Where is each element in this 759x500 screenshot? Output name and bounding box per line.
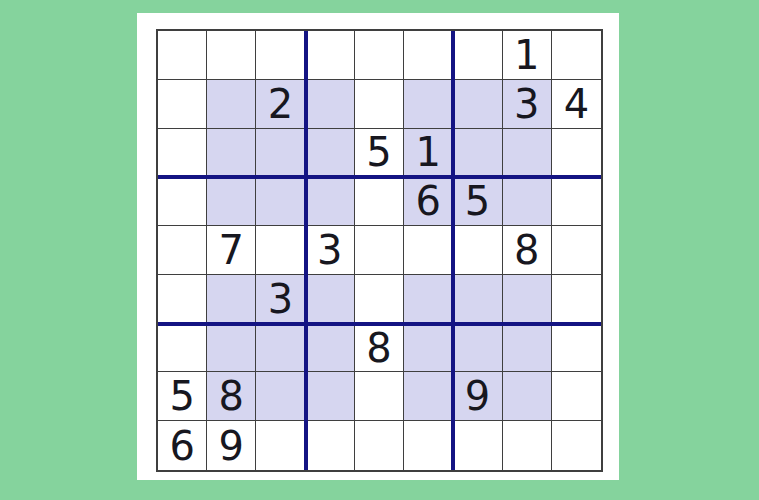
cell-r6-c7[interactable] [453, 275, 502, 324]
cell-r3-c5[interactable]: 5 [355, 129, 404, 178]
cell-r6-c1[interactable] [158, 275, 207, 324]
cell-r8-c2[interactable]: 8 [207, 372, 256, 421]
cell-r2-c3[interactable]: 2 [256, 80, 305, 129]
cell-r4-c9[interactable] [552, 177, 601, 226]
cell-r2-c1[interactable] [158, 80, 207, 129]
cell-r5-c1[interactable] [158, 226, 207, 275]
cell-r9-c1[interactable]: 6 [158, 421, 207, 470]
cell-r4-c1[interactable] [158, 177, 207, 226]
cell-r2-c5[interactable] [355, 80, 404, 129]
cell-r4-c4[interactable] [306, 177, 355, 226]
cell-r1-c7[interactable] [453, 31, 502, 80]
puzzle-panel: 123451657383858969 [137, 13, 619, 480]
cell-r9-c2[interactable]: 9 [207, 421, 256, 470]
cell-r6-c8[interactable] [503, 275, 552, 324]
cell-r4-c5[interactable] [355, 177, 404, 226]
cell-r5-c2[interactable]: 7 [207, 226, 256, 275]
cell-r9-c6[interactable] [404, 421, 453, 470]
cell-r8-c5[interactable] [355, 372, 404, 421]
cell-r7-c2[interactable] [207, 324, 256, 373]
cell-r6-c5[interactable] [355, 275, 404, 324]
cell-r7-c1[interactable] [158, 324, 207, 373]
cell-r3-c3[interactable] [256, 129, 305, 178]
cell-r1-c1[interactable] [158, 31, 207, 80]
cell-r1-c9[interactable] [552, 31, 601, 80]
cell-r2-c6[interactable] [404, 80, 453, 129]
cell-r7-c5[interactable]: 8 [355, 324, 404, 373]
cell-r8-c7[interactable]: 9 [453, 372, 502, 421]
cell-r8-c1[interactable]: 5 [158, 372, 207, 421]
cell-r9-c3[interactable] [256, 421, 305, 470]
cell-r3-c2[interactable] [207, 129, 256, 178]
cell-r5-c7[interactable] [453, 226, 502, 275]
cell-r5-c5[interactable] [355, 226, 404, 275]
cell-r1-c8[interactable]: 1 [503, 31, 552, 80]
cell-r2-c8[interactable]: 3 [503, 80, 552, 129]
cell-r3-c8[interactable] [503, 129, 552, 178]
cell-r6-c4[interactable] [306, 275, 355, 324]
cell-r1-c5[interactable] [355, 31, 404, 80]
cell-r8-c9[interactable] [552, 372, 601, 421]
cell-r4-c7[interactable]: 5 [453, 177, 502, 226]
cell-r1-c6[interactable] [404, 31, 453, 80]
sudoku-grid: 123451657383858969 [156, 29, 603, 472]
cell-r5-c8[interactable]: 8 [503, 226, 552, 275]
cell-r9-c9[interactable] [552, 421, 601, 470]
cell-r9-c8[interactable] [503, 421, 552, 470]
cell-r4-c8[interactable] [503, 177, 552, 226]
cell-r9-c7[interactable] [453, 421, 502, 470]
cell-r6-c9[interactable] [552, 275, 601, 324]
cell-r9-c4[interactable] [306, 421, 355, 470]
cell-r7-c7[interactable] [453, 324, 502, 373]
cell-r2-c7[interactable] [453, 80, 502, 129]
cell-r5-c6[interactable] [404, 226, 453, 275]
cell-r3-c6[interactable]: 1 [404, 129, 453, 178]
cell-r5-c4[interactable]: 3 [306, 226, 355, 275]
cell-r4-c3[interactable] [256, 177, 305, 226]
cell-r6-c6[interactable] [404, 275, 453, 324]
cell-r3-c7[interactable] [453, 129, 502, 178]
cell-r7-c8[interactable] [503, 324, 552, 373]
cell-r7-c6[interactable] [404, 324, 453, 373]
cell-r6-c3[interactable]: 3 [256, 275, 305, 324]
cell-r9-c5[interactable] [355, 421, 404, 470]
cell-r3-c1[interactable] [158, 129, 207, 178]
cell-r4-c6[interactable]: 6 [404, 177, 453, 226]
cell-r6-c2[interactable] [207, 275, 256, 324]
cell-r3-c9[interactable] [552, 129, 601, 178]
cell-r7-c3[interactable] [256, 324, 305, 373]
page-background: { "game": "Hyper Sudoku (Windoku)", "gri… [0, 0, 759, 500]
cell-r8-c6[interactable] [404, 372, 453, 421]
cell-r2-c2[interactable] [207, 80, 256, 129]
cell-r5-c9[interactable] [552, 226, 601, 275]
cell-r8-c3[interactable] [256, 372, 305, 421]
cell-r1-c2[interactable] [207, 31, 256, 80]
cell-r1-c4[interactable] [306, 31, 355, 80]
cell-r3-c4[interactable] [306, 129, 355, 178]
cell-r1-c3[interactable] [256, 31, 305, 80]
cell-r4-c2[interactable] [207, 177, 256, 226]
cell-r7-c9[interactable] [552, 324, 601, 373]
cell-r5-c3[interactable] [256, 226, 305, 275]
cell-r2-c9[interactable]: 4 [552, 80, 601, 129]
cell-r2-c4[interactable] [306, 80, 355, 129]
cell-r8-c4[interactable] [306, 372, 355, 421]
cell-r8-c8[interactable] [503, 372, 552, 421]
cell-r7-c4[interactable] [306, 324, 355, 373]
